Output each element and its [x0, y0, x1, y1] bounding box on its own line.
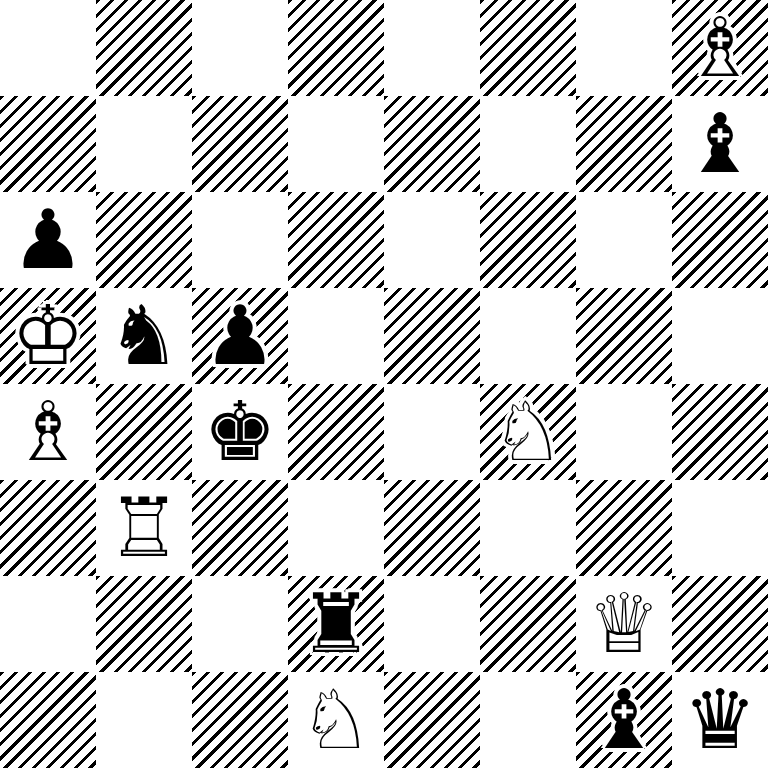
square-f8[interactable]: [480, 0, 576, 96]
black-pawn-c5: ♟♟: [192, 288, 288, 384]
square-d7[interactable]: [288, 96, 384, 192]
chess-board: ♝♗♝♝♟♟♚♔♞♞♟♟♝♗♚♚♞♘♜♖♜♜♛♕♞♘♝♝♛♛: [0, 0, 768, 768]
square-h6[interactable]: [672, 192, 768, 288]
square-g5[interactable]: [576, 288, 672, 384]
square-e2[interactable]: [384, 576, 480, 672]
square-g6[interactable]: [576, 192, 672, 288]
black-queen-h1: ♛♛: [672, 672, 768, 768]
white-knight-f4: ♞♘: [480, 384, 576, 480]
piece-glyph: ♗: [672, 0, 768, 96]
piece-glyph: ♔: [0, 288, 96, 384]
piece-glyph: ♛: [672, 672, 768, 768]
square-a3[interactable]: [0, 480, 96, 576]
square-d1[interactable]: ♞♘: [288, 672, 384, 768]
square-e5[interactable]: [384, 288, 480, 384]
piece-glyph: ♚: [192, 384, 288, 480]
black-rook-d2: ♜♜: [288, 576, 384, 672]
square-b1[interactable]: [96, 672, 192, 768]
square-d3[interactable]: [288, 480, 384, 576]
black-bishop-g1: ♝♝: [576, 672, 672, 768]
piece-glyph: ♗: [0, 384, 96, 480]
piece-glyph: ♕: [576, 576, 672, 672]
square-h1[interactable]: ♛♛: [672, 672, 768, 768]
square-g8[interactable]: [576, 0, 672, 96]
square-a7[interactable]: [0, 96, 96, 192]
square-f7[interactable]: [480, 96, 576, 192]
square-b5[interactable]: ♞♞: [96, 288, 192, 384]
square-f6[interactable]: [480, 192, 576, 288]
square-f2[interactable]: [480, 576, 576, 672]
square-b2[interactable]: [96, 576, 192, 672]
square-d8[interactable]: [288, 0, 384, 96]
square-d2[interactable]: ♜♜: [288, 576, 384, 672]
square-h3[interactable]: [672, 480, 768, 576]
square-b7[interactable]: [96, 96, 192, 192]
square-a4[interactable]: ♝♗: [0, 384, 96, 480]
square-f1[interactable]: [480, 672, 576, 768]
square-d5[interactable]: [288, 288, 384, 384]
square-a8[interactable]: [0, 0, 96, 96]
square-a2[interactable]: [0, 576, 96, 672]
white-knight-d1: ♞♘: [288, 672, 384, 768]
square-h4[interactable]: [672, 384, 768, 480]
white-king-a5: ♚♔: [0, 288, 96, 384]
piece-glyph: ♟: [192, 288, 288, 384]
piece-glyph: ♝: [576, 672, 672, 768]
square-c6[interactable]: [192, 192, 288, 288]
square-f5[interactable]: [480, 288, 576, 384]
square-a6[interactable]: ♟♟: [0, 192, 96, 288]
piece-glyph: ♞: [96, 288, 192, 384]
white-bishop-h8: ♝♗: [672, 0, 768, 96]
white-rook-b3: ♜♖: [96, 480, 192, 576]
square-a5[interactable]: ♚♔: [0, 288, 96, 384]
square-d6[interactable]: [288, 192, 384, 288]
piece-glyph: ♝: [672, 96, 768, 192]
square-g4[interactable]: [576, 384, 672, 480]
square-c5[interactable]: ♟♟: [192, 288, 288, 384]
square-h8[interactable]: ♝♗: [672, 0, 768, 96]
square-h7[interactable]: ♝♝: [672, 96, 768, 192]
square-g7[interactable]: [576, 96, 672, 192]
black-pawn-a6: ♟♟: [0, 192, 96, 288]
square-a1[interactable]: [0, 672, 96, 768]
square-b6[interactable]: [96, 192, 192, 288]
piece-glyph: ♘: [288, 672, 384, 768]
black-king-c4: ♚♚: [192, 384, 288, 480]
square-f3[interactable]: [480, 480, 576, 576]
square-d4[interactable]: [288, 384, 384, 480]
black-knight-b5: ♞♞: [96, 288, 192, 384]
piece-glyph: ♖: [96, 480, 192, 576]
square-g1[interactable]: ♝♝: [576, 672, 672, 768]
square-e3[interactable]: [384, 480, 480, 576]
square-b8[interactable]: [96, 0, 192, 96]
square-g3[interactable]: [576, 480, 672, 576]
square-g2[interactable]: ♛♕: [576, 576, 672, 672]
square-b3[interactable]: ♜♖: [96, 480, 192, 576]
square-c3[interactable]: [192, 480, 288, 576]
square-h5[interactable]: [672, 288, 768, 384]
square-e8[interactable]: [384, 0, 480, 96]
white-bishop-a4: ♝♗: [0, 384, 96, 480]
square-e1[interactable]: [384, 672, 480, 768]
square-c8[interactable]: [192, 0, 288, 96]
square-c2[interactable]: [192, 576, 288, 672]
square-c7[interactable]: [192, 96, 288, 192]
black-bishop-h7: ♝♝: [672, 96, 768, 192]
square-e7[interactable]: [384, 96, 480, 192]
square-e4[interactable]: [384, 384, 480, 480]
square-h2[interactable]: [672, 576, 768, 672]
square-b4[interactable]: [96, 384, 192, 480]
square-c1[interactable]: [192, 672, 288, 768]
piece-glyph: ♟: [0, 192, 96, 288]
piece-glyph: ♘: [480, 384, 576, 480]
square-f4[interactable]: ♞♘: [480, 384, 576, 480]
white-queen-g2: ♛♕: [576, 576, 672, 672]
square-c4[interactable]: ♚♚: [192, 384, 288, 480]
square-e6[interactable]: [384, 192, 480, 288]
piece-glyph: ♜: [288, 576, 384, 672]
